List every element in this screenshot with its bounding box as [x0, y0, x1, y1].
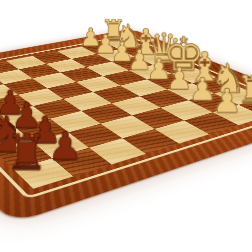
- chess-set-photo: ♜♞♝♛♚♝♞♜♟♟♟♟♟♟♟♟♟♟♟♟♟♟♟♟♜♞♝♛♚♝♞♜: [0, 0, 252, 252]
- white-pawn: ♟: [213, 85, 243, 118]
- board-grid: ♜♞♝♛♚♝♞♜♟♟♟♟♟♟♟♟♟♟♟♟♟♟♟♟♜♞♝♛♚♝♞♜: [0, 38, 252, 189]
- black-rook: ♜: [5, 129, 49, 178]
- chess-board: ♜♞♝♛♚♝♞♜♟♟♟♟♟♟♟♟♟♟♟♟♟♟♟♟♜♞♝♛♚♝♞♜: [0, 29, 252, 223]
- black-pawn: ♟: [49, 127, 84, 166]
- board-border: ♜♞♝♛♚♝♞♜♟♟♟♟♟♟♟♟♟♟♟♟♟♟♟♟♜♞♝♛♚♝♞♜: [0, 29, 252, 223]
- board-inlay-line: ♜♞♝♛♚♝♞♜♟♟♟♟♟♟♟♟♟♟♟♟♟♟♟♟♜♞♝♛♚♝♞♜: [0, 35, 252, 199]
